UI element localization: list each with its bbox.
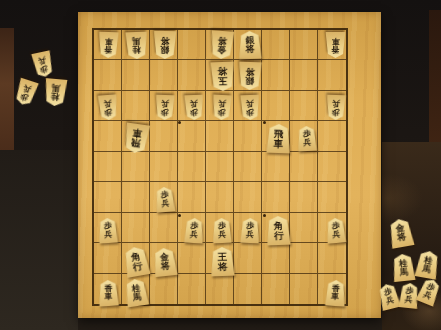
kanji-top: 飛 [274,128,284,138]
kanji-top: 歩 [190,107,198,115]
piece-king-gote[interactable]: 玉将 [209,61,235,91]
piece-pawn-gote[interactable]: 歩兵 [240,94,261,120]
piece-pawn-gote[interactable]: 歩兵 [183,94,204,120]
table-right-wood-strip [429,10,441,145]
square-6i[interactable] [178,274,206,304]
piece-gold-gote[interactable]: 金将 [209,31,235,61]
kanji-top: 歩 [246,107,254,115]
square-1h[interactable] [318,243,346,273]
square-5e[interactable] [206,152,234,182]
star-point [178,214,181,217]
kanji-top: 歩 [161,107,169,115]
square-9b[interactable] [94,60,122,90]
kanji-bottom: 兵 [189,99,197,107]
square-1b[interactable] [318,60,346,90]
kanji-bottom: 車 [104,37,112,45]
kanji-bottom: 将 [161,261,171,271]
star-point [178,121,181,124]
piece-rook-sente[interactable]: 飛車 [266,123,292,153]
square-3c[interactable] [262,91,290,121]
square-7i[interactable] [150,274,178,304]
piece-pawn-sente[interactable]: 歩兵 [212,218,233,244]
square-6f[interactable] [178,182,206,212]
square-8e[interactable] [122,152,150,182]
piece-pawn-gote[interactable]: 歩兵 [211,94,232,120]
kanji-bottom: 行 [274,231,284,241]
square-2g[interactable] [290,213,318,243]
square-2e[interactable] [290,152,318,182]
table-scene: 香車桂馬銀将金将銀将香車玉将銀将歩兵歩兵歩兵歩兵歩兵歩兵飛車飛車歩兵歩兵歩兵歩兵… [0,0,441,330]
kanji-bottom: 兵 [332,230,341,239]
square-4h[interactable] [234,243,262,273]
square-5i[interactable] [206,274,234,304]
kanji-bottom: 将 [397,232,407,243]
piece-face: 歩兵 [154,187,176,214]
piece-pawn-sente[interactable]: 歩兵 [98,218,119,244]
kanji-bottom: 馬 [422,264,432,274]
table-surface-left [0,150,78,330]
kanji-bottom: 将 [217,261,227,271]
kanji-bottom: 将 [246,45,255,54]
piece-face: 歩兵 [183,218,204,244]
square-3h[interactable] [262,243,290,273]
square-7b[interactable] [150,60,178,90]
kanji-top: 銀 [160,45,169,54]
piece-rook-gote[interactable]: 飛車 [122,122,151,154]
square-6a[interactable] [178,30,206,60]
piece-knight-sente[interactable]: 桂馬 [123,278,150,308]
piece-face: 桂馬 [125,32,149,60]
kanji-bottom: 将 [161,36,170,45]
piece-face: 飛車 [266,123,292,153]
table-left-wood-strip [0,28,14,152]
piece-silver-gote[interactable]: 銀将 [238,62,263,91]
piece-bishop-sente[interactable]: 角行 [122,245,152,278]
piece-gold-sente-hand[interactable]: 金将 [387,217,415,249]
piece-face: 歩兵 [325,94,346,120]
square-8c[interactable] [122,91,150,121]
kanji-bottom: 行 [132,261,143,272]
square-2a[interactable] [290,30,318,60]
square-4d[interactable] [234,121,262,151]
piece-face: 金将 [152,246,179,276]
square-3b[interactable] [262,60,290,90]
square-6e[interactable] [178,152,206,182]
square-3i[interactable] [262,274,290,304]
kanji-bottom: 将 [218,36,228,46]
piece-face: 金将 [209,31,235,61]
kanji-top: 歩 [331,107,339,115]
kanji-bottom: 兵 [104,99,113,108]
piece-face: 歩兵 [325,218,347,244]
piece-face: 桂馬 [43,78,68,107]
piece-knight-sente-hand[interactable]: 桂馬 [414,249,441,280]
square-9f[interactable] [94,182,122,212]
piece-pawn-sente[interactable]: 歩兵 [154,187,176,214]
square-2i[interactable] [290,274,318,304]
square-2c[interactable] [290,91,318,121]
square-4i[interactable] [234,274,262,304]
kanji-top: 金 [217,45,227,55]
kanji-top: 銀 [246,76,255,85]
square-1e[interactable] [318,152,346,182]
piece-lance-sente[interactable]: 香車 [325,279,347,306]
square-2f[interactable] [290,182,318,212]
kanji-bottom: 馬 [132,37,141,46]
kanji-bottom: 車 [331,292,339,301]
square-2b[interactable] [290,60,318,90]
square-8b[interactable] [122,60,150,90]
piece-face: 玉将 [209,61,235,91]
piece-pawn-gote[interactable]: 歩兵 [155,94,176,120]
kanji-bottom: 兵 [37,56,47,66]
kanji-bottom: 車 [104,292,112,301]
piece-pawn-sente[interactable]: 歩兵 [240,218,261,244]
piece-face: 歩兵 [98,218,119,244]
board-grid[interactable]: 香車桂馬銀将金将銀将香車玉将銀将歩兵歩兵歩兵歩兵歩兵歩兵飛車飛車歩兵歩兵歩兵歩兵… [92,28,348,306]
square-1f[interactable] [318,182,346,212]
kanji-bottom: 兵 [189,231,197,240]
square-7e[interactable] [150,152,178,182]
kanji-bottom: 車 [274,138,284,148]
piece-face: 桂馬 [123,278,150,308]
kanji-bottom: 兵 [22,84,32,94]
square-3a[interactable] [262,30,290,60]
kanji-bottom: 車 [132,128,143,139]
kanji-top: 玉 [217,76,227,86]
piece-face: 桂馬 [414,249,441,280]
kanji-top: 香 [332,45,340,53]
kanji-top: 香 [104,45,112,53]
kanji-bottom: 兵 [246,231,254,239]
piece-face: 歩兵 [212,218,233,244]
piece-lance-sente[interactable]: 香車 [97,279,119,306]
kanji-bottom: 車 [332,37,340,45]
piece-face: 角行 [122,245,152,278]
piece-face: 歩兵 [297,125,318,151]
piece-face: 歩兵 [31,50,56,79]
kanji-top: 歩 [218,107,226,116]
square-4f[interactable] [234,182,262,212]
piece-knight-gote-hand[interactable]: 桂馬 [43,78,68,107]
kanji-bottom: 馬 [51,84,60,93]
square-1d[interactable] [318,121,346,151]
kanji-bottom: 兵 [332,99,340,107]
kanji-bottom: 兵 [104,231,112,240]
piece-face: 歩兵 [155,94,176,120]
piece-face: 歩兵 [97,94,119,120]
piece-pawn-gote[interactable]: 歩兵 [325,94,346,120]
square-2h[interactable] [290,243,318,273]
piece-face: 歩兵 [183,94,204,120]
piece-pawn-sente[interactable]: 歩兵 [297,125,318,151]
square-9e[interactable] [94,152,122,182]
piece-face: 歩兵 [13,78,40,108]
kanji-bottom: 兵 [161,200,170,209]
piece-silver-sente[interactable]: 銀将 [238,31,263,60]
kanji-top: 桂 [132,45,141,54]
piece-knight-gote[interactable]: 桂馬 [125,32,149,60]
square-6h[interactable] [178,243,206,273]
piece-pawn-sente[interactable]: 歩兵 [183,218,204,244]
square-3e[interactable] [262,152,290,182]
square-3f[interactable] [262,182,290,212]
piece-knight-sente-hand[interactable]: 桂馬 [391,253,417,282]
piece-face: 歩兵 [211,94,232,120]
kanji-bottom: 兵 [303,138,311,147]
piece-face: 香車 [97,279,119,306]
piece-lance-gote[interactable]: 香車 [97,32,119,59]
square-5d[interactable] [206,121,234,151]
piece-gold-sente[interactable]: 金将 [152,246,179,276]
kanji-bottom: 馬 [399,267,408,276]
piece-face: 飛車 [122,122,151,154]
square-8f[interactable] [122,182,150,212]
piece-face: 銀将 [238,62,263,91]
kanji-bottom: 将 [217,66,227,76]
piece-face: 歩兵 [240,94,261,120]
kanji-bottom: 兵 [218,99,226,108]
kanji-top: 歩 [104,107,113,116]
square-7g[interactable] [150,213,178,243]
square-8g[interactable] [122,213,150,243]
kanji-bottom: 将 [246,67,255,76]
kanji-bottom: 兵 [218,231,226,239]
piece-face: 銀将 [238,31,263,60]
kanji-bottom: 馬 [132,292,142,302]
piece-face: 歩兵 [240,218,261,244]
piece-pawn-gote-hand[interactable]: 歩兵 [31,50,56,79]
piece-face: 桂馬 [391,253,417,282]
piece-king-sente[interactable]: 王将 [209,247,235,277]
square-7d[interactable] [150,121,178,151]
piece-silver-gote[interactable]: 銀将 [153,31,177,59]
piece-face: 銀将 [153,31,177,59]
piece-face: 金将 [387,217,415,249]
kanji-bottom: 兵 [385,296,395,306]
square-6d[interactable] [178,121,206,151]
kanji-bottom: 兵 [161,99,169,107]
piece-face: 王将 [209,247,235,277]
shogi-board[interactable]: 香車桂馬銀将金将銀将香車玉将銀将歩兵歩兵歩兵歩兵歩兵歩兵飛車飛車歩兵歩兵歩兵歩兵… [78,12,381,318]
piece-pawn-gote-hand[interactable]: 歩兵 [13,78,40,108]
square-6b[interactable] [178,60,206,90]
piece-pawn-gote[interactable]: 歩兵 [97,94,119,120]
kanji-top: 桂 [51,92,60,101]
square-4e[interactable] [234,152,262,182]
square-9h[interactable] [94,243,122,273]
square-5f[interactable] [206,182,234,212]
kanji-bottom: 兵 [246,99,254,107]
piece-face: 香車 [97,32,119,59]
piece-bishop-sente[interactable]: 角行 [266,216,292,246]
kanji-bottom: 兵 [422,290,432,301]
piece-lance-gote[interactable]: 香車 [325,32,346,58]
square-9d[interactable] [94,121,122,151]
piece-face: 香車 [325,279,347,306]
piece-face: 角行 [266,216,292,246]
kanji-bottom: 兵 [404,295,413,304]
piece-face: 香車 [325,32,346,58]
piece-pawn-sente[interactable]: 歩兵 [325,218,347,244]
